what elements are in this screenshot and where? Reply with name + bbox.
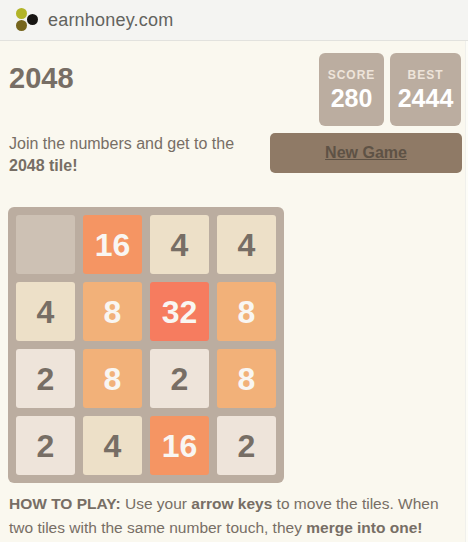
grid-cell: 8 [217,282,276,341]
intro-text: Join the numbers and get to the 2048 til… [9,133,234,177]
grid-cell [16,215,75,274]
intro-line1: Join the numbers and get to the [9,135,234,152]
grid-cell: 2 [150,349,209,408]
grid-cell: 4 [83,416,142,475]
grid-cell: 16 [150,416,209,475]
best-box: BEST 2444 [390,53,461,126]
grid-cell: 4 [16,282,75,341]
honeycomb-dot-icon [16,20,27,31]
site-name[interactable]: earnhoney.com [48,10,173,31]
game-title: 2048 [9,62,74,95]
honeycomb-dot-icon [16,8,27,19]
grid-cell: 8 [83,349,142,408]
page: earnhoney.com 2048 SCORE 280 BEST 2444 J… [0,0,468,542]
how-to-text1: Use your [121,495,192,512]
grid-cell: 2 [16,349,75,408]
grid-cell: 4 [217,215,276,274]
grid-cell: 8 [217,349,276,408]
grid-cell: 2 [217,416,276,475]
best-value: 2444 [398,84,454,113]
site-header: earnhoney.com [0,0,468,41]
intro-line2: 2048 tile! [9,157,77,174]
score-value: 280 [331,84,373,113]
new-game-label: New Game [325,144,407,162]
score-box: SCORE 280 [319,53,384,126]
grid-cell: 8 [83,282,142,341]
grid-cell: 32 [150,282,209,341]
how-to-bold2: arrow keys [191,495,272,512]
how-to-bold3: merge into one! [306,519,422,536]
new-game-button[interactable]: New Game [270,133,462,173]
how-to-bold1: HOW TO PLAY: [9,495,121,512]
best-label: BEST [407,68,443,82]
grid-cell: 2 [16,416,75,475]
earnhoney-logo[interactable] [15,7,41,33]
grid-cell: 16 [83,215,142,274]
game-board: 16 4 4 4 8 32 8 2 8 2 8 2 4 16 2 [8,207,284,483]
how-to-play-text: HOW TO PLAY: Use your arrow keys to move… [9,492,461,540]
honeycomb-dot-icon [27,14,38,25]
score-label: SCORE [328,68,376,82]
grid-cell: 4 [150,215,209,274]
